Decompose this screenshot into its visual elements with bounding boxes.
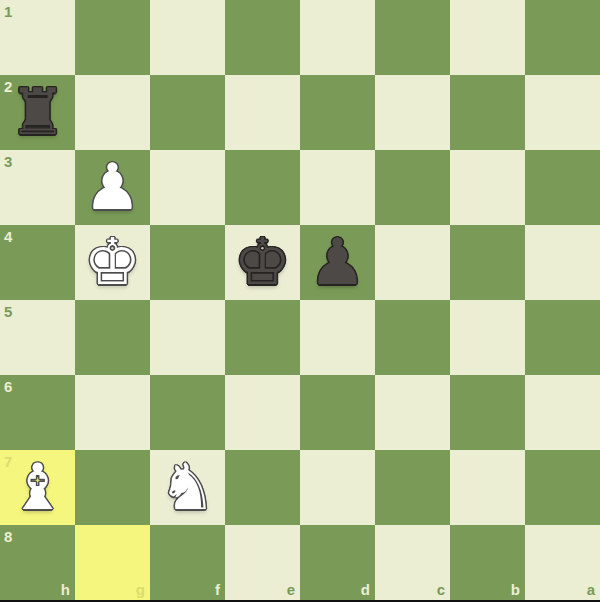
square-h1[interactable]: 1 [0, 0, 75, 75]
square-c2[interactable] [375, 75, 450, 150]
square-b2[interactable] [450, 75, 525, 150]
square-d2[interactable] [300, 75, 375, 150]
rank-label-4: 4 [4, 229, 12, 244]
square-e2[interactable] [225, 75, 300, 150]
rank-label-3: 3 [4, 154, 12, 169]
piece-white-bishop[interactable]: ♝ [0, 450, 75, 525]
file-label-c: c [437, 582, 445, 597]
piece-white-knight[interactable]: ♞ [150, 450, 225, 525]
square-d6[interactable] [300, 375, 375, 450]
square-h3[interactable]: 3 [0, 150, 75, 225]
square-b6[interactable] [450, 375, 525, 450]
square-c6[interactable] [375, 375, 450, 450]
square-e8[interactable]: e [225, 525, 300, 600]
rank-label-6: 6 [4, 379, 12, 394]
square-a5[interactable] [525, 300, 600, 375]
square-g6[interactable] [75, 375, 150, 450]
square-e7[interactable] [225, 450, 300, 525]
square-f1[interactable] [150, 0, 225, 75]
square-a2[interactable] [525, 75, 600, 150]
square-g7[interactable] [75, 450, 150, 525]
square-e4[interactable]: ♚ [225, 225, 300, 300]
square-e5[interactable] [225, 300, 300, 375]
square-h6[interactable]: 6 [0, 375, 75, 450]
file-label-b: b [511, 582, 520, 597]
square-f7[interactable]: ♞ [150, 450, 225, 525]
square-e3[interactable] [225, 150, 300, 225]
square-b4[interactable] [450, 225, 525, 300]
square-g8[interactable]: g [75, 525, 150, 600]
square-a3[interactable] [525, 150, 600, 225]
file-label-e: e [287, 582, 295, 597]
piece-black-pawn[interactable]: ♟ [300, 225, 375, 300]
square-d1[interactable] [300, 0, 375, 75]
square-c7[interactable] [375, 450, 450, 525]
rank-label-5: 5 [4, 304, 12, 319]
file-label-h: h [61, 582, 70, 597]
file-label-d: d [361, 582, 370, 597]
square-d5[interactable] [300, 300, 375, 375]
file-label-a: a [587, 582, 595, 597]
square-b1[interactable] [450, 0, 525, 75]
piece-white-king[interactable]: ♚ [75, 225, 150, 300]
square-f8[interactable]: f [150, 525, 225, 600]
square-e6[interactable] [225, 375, 300, 450]
square-f6[interactable] [150, 375, 225, 450]
square-d8[interactable]: d [300, 525, 375, 600]
square-c8[interactable]: c [375, 525, 450, 600]
square-h2[interactable]: 2♜ [0, 75, 75, 150]
rank-label-8: 8 [4, 529, 12, 544]
square-a1[interactable] [525, 0, 600, 75]
square-d7[interactable] [300, 450, 375, 525]
chess-board: 12♜3♟4♚♚♟567♝♞8hgfedcba [0, 0, 600, 600]
square-a4[interactable] [525, 225, 600, 300]
piece-black-king[interactable]: ♚ [225, 225, 300, 300]
piece-white-pawn[interactable]: ♟ [75, 150, 150, 225]
square-b8[interactable]: b [450, 525, 525, 600]
file-label-f: f [215, 582, 220, 597]
chess-app: 12♜3♟4♚♚♟567♝♞8hgfedcba [0, 0, 600, 602]
square-b5[interactable] [450, 300, 525, 375]
square-g1[interactable] [75, 0, 150, 75]
rank-label-1: 1 [4, 4, 12, 19]
file-label-g: g [136, 582, 145, 597]
piece-black-rook[interactable]: ♜ [0, 75, 75, 150]
square-c4[interactable] [375, 225, 450, 300]
square-h5[interactable]: 5 [0, 300, 75, 375]
square-a6[interactable] [525, 375, 600, 450]
square-b7[interactable] [450, 450, 525, 525]
square-b3[interactable] [450, 150, 525, 225]
square-a8[interactable]: a [525, 525, 600, 600]
square-d3[interactable] [300, 150, 375, 225]
square-h4[interactable]: 4 [0, 225, 75, 300]
square-f5[interactable] [150, 300, 225, 375]
square-a7[interactable] [525, 450, 600, 525]
square-h7[interactable]: 7♝ [0, 450, 75, 525]
square-c3[interactable] [375, 150, 450, 225]
square-c1[interactable] [375, 0, 450, 75]
square-c5[interactable] [375, 300, 450, 375]
square-h8[interactable]: 8h [0, 525, 75, 600]
square-f3[interactable] [150, 150, 225, 225]
square-g2[interactable] [75, 75, 150, 150]
square-g4[interactable]: ♚ [75, 225, 150, 300]
square-f2[interactable] [150, 75, 225, 150]
square-d4[interactable]: ♟ [300, 225, 375, 300]
square-f4[interactable] [150, 225, 225, 300]
square-e1[interactable] [225, 0, 300, 75]
square-g5[interactable] [75, 300, 150, 375]
square-g3[interactable]: ♟ [75, 150, 150, 225]
